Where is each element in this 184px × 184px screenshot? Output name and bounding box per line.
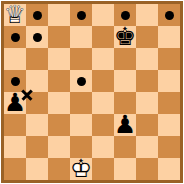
square-h6[interactable] [158,48,180,70]
square-e8[interactable] [92,4,114,26]
square-h4[interactable] [158,92,180,114]
square-f1[interactable] [114,158,136,180]
square-c4[interactable] [48,92,70,114]
move-dot [11,33,20,42]
square-d6[interactable] [70,48,92,70]
square-d8[interactable] [70,4,92,26]
square-g2[interactable] [136,136,158,158]
square-g8[interactable] [136,4,158,26]
move-dot [77,11,86,20]
square-f5[interactable] [114,70,136,92]
square-g6[interactable] [136,48,158,70]
square-h5[interactable] [158,70,180,92]
move-dot [121,11,130,20]
square-d1[interactable]: ♚♔ [70,158,92,180]
square-f3[interactable]: ♟ [114,114,136,136]
square-c3[interactable] [48,114,70,136]
square-f7[interactable]: ♚ [114,26,136,48]
square-b1[interactable] [26,158,48,180]
square-f6[interactable] [114,48,136,70]
move-dot [165,11,174,20]
move-dot [33,11,42,20]
square-h7[interactable] [158,26,180,48]
square-g7[interactable] [136,26,158,48]
square-h8[interactable] [158,4,180,26]
chess-board-diagram: ♛♕♚♟♟♚♔ [0,0,184,184]
square-e5[interactable] [92,70,114,92]
square-g4[interactable] [136,92,158,114]
move-dot [33,33,42,42]
square-g1[interactable] [136,158,158,180]
black-king: ♚ [114,26,136,48]
square-a1[interactable] [4,158,26,180]
square-e6[interactable] [92,48,114,70]
move-dot [77,77,86,86]
square-c6[interactable] [48,48,70,70]
square-b7[interactable] [26,26,48,48]
square-b2[interactable] [26,136,48,158]
black-pawn: ♟ [114,114,136,136]
square-b3[interactable] [26,114,48,136]
square-a7[interactable] [4,26,26,48]
square-e3[interactable] [92,114,114,136]
square-e1[interactable] [92,158,114,180]
x-mark [20,88,34,102]
square-b8[interactable] [26,4,48,26]
square-c2[interactable] [48,136,70,158]
square-g3[interactable] [136,114,158,136]
square-h2[interactable] [158,136,180,158]
square-h1[interactable] [158,158,180,180]
square-e4[interactable] [92,92,114,114]
square-a6[interactable] [4,48,26,70]
square-h3[interactable] [158,114,180,136]
square-a2[interactable] [4,136,26,158]
square-a3[interactable] [4,114,26,136]
square-a8[interactable]: ♛♕ [4,4,26,26]
square-f2[interactable] [114,136,136,158]
square-d7[interactable] [70,26,92,48]
square-c8[interactable] [48,4,70,26]
square-e2[interactable] [92,136,114,158]
square-d3[interactable] [70,114,92,136]
square-d5[interactable] [70,70,92,92]
square-c7[interactable] [48,26,70,48]
square-e7[interactable] [92,26,114,48]
move-dot [11,77,20,86]
white-queen: ♛♕ [4,4,26,26]
square-g5[interactable] [136,70,158,92]
white-king: ♚♔ [70,158,92,180]
square-b6[interactable] [26,48,48,70]
square-c1[interactable] [48,158,70,180]
square-c5[interactable] [48,70,70,92]
square-d4[interactable] [70,92,92,114]
